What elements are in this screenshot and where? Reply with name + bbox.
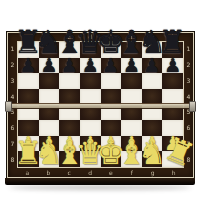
file-label: f — [131, 170, 133, 176]
fold-hinge-seam — [7, 103, 194, 109]
square — [142, 73, 163, 89]
square: ♝ — [121, 151, 142, 167]
file-label: e — [109, 34, 113, 40]
rank-label: 8 — [187, 157, 191, 163]
hinge-right-icon — [189, 101, 196, 112]
file-label: d — [88, 170, 92, 176]
square: ♚ — [101, 151, 122, 167]
square: ♟ — [80, 58, 101, 74]
file-labels-bottom: abcdefgh — [17, 168, 184, 177]
square: ♟ — [162, 136, 183, 152]
square: ♝ — [121, 42, 142, 58]
rank-label: 2 — [187, 62, 191, 68]
piece-black-rook: ♜ — [158, 26, 187, 58]
square — [80, 120, 101, 136]
board-shadow — [9, 185, 191, 190]
file-label: g — [151, 170, 155, 176]
rank-label: 4 — [11, 94, 15, 100]
square: ♚ — [101, 42, 122, 58]
file-label: b — [46, 34, 50, 40]
square — [80, 73, 101, 89]
square: ♞ — [39, 42, 60, 58]
square — [59, 120, 80, 136]
square: ♞ — [142, 42, 163, 58]
square: ♟ — [101, 136, 122, 152]
file-label: e — [109, 170, 113, 176]
square: ♟ — [59, 136, 80, 152]
file-label: d — [88, 34, 92, 40]
square — [59, 73, 80, 89]
chessboard: abcdefgh 12345678 ♜♞♝♛♚♝♞♜♟♟♟♟♟♟♟♟♟♟♟♟♟♟… — [7, 32, 194, 178]
square — [39, 120, 60, 136]
file-label: c — [68, 34, 71, 40]
hinge-left-icon — [5, 101, 12, 112]
rank-label: 6 — [187, 125, 191, 131]
square: ♟ — [121, 58, 142, 74]
frame-corner — [184, 33, 193, 41]
file-label: c — [68, 170, 71, 176]
square: ♞ — [39, 151, 60, 167]
square: ♟ — [162, 58, 183, 74]
square: ♟ — [39, 58, 60, 74]
square: ♟ — [121, 136, 142, 152]
square: ♜ — [162, 42, 183, 58]
square — [18, 73, 39, 89]
square — [121, 120, 142, 136]
frame-corner — [8, 33, 17, 41]
square — [162, 120, 183, 136]
square — [121, 73, 142, 89]
square: ♟ — [59, 58, 80, 74]
square — [101, 120, 122, 136]
square: ♝ — [59, 151, 80, 167]
rank-label: 7 — [187, 141, 191, 147]
rank-label: 3 — [11, 78, 15, 84]
rank-label: 4 — [187, 94, 191, 100]
square — [39, 73, 60, 89]
frame-corner — [184, 168, 193, 177]
rank-label: 6 — [11, 125, 15, 131]
square: ♟ — [39, 136, 60, 152]
rank-label: 1 — [187, 46, 191, 52]
rank-label: 2 — [11, 62, 15, 68]
file-label: a — [26, 34, 30, 40]
square: ♞ — [142, 151, 163, 167]
square: ♜ — [18, 151, 39, 167]
file-labels-top: abcdefgh — [17, 33, 184, 41]
file-label: a — [26, 170, 30, 176]
rank-label: 3 — [187, 78, 191, 84]
rank-label: 8 — [11, 157, 15, 163]
square: ♟ — [101, 58, 122, 74]
square: ♛ — [80, 151, 101, 167]
frame-corner — [8, 168, 17, 177]
file-label: f — [131, 34, 133, 40]
file-label: g — [151, 34, 155, 40]
square — [142, 120, 163, 136]
square: ♜ — [162, 151, 183, 167]
square — [162, 73, 183, 89]
file-label: b — [46, 170, 50, 176]
square: ♛ — [80, 42, 101, 58]
square — [18, 120, 39, 136]
chess-set-photo: abcdefgh 12345678 ♜♞♝♛♚♝♞♜♟♟♟♟♟♟♟♟♟♟♟♟♟♟… — [0, 0, 200, 200]
square: ♟ — [18, 136, 39, 152]
square: ♝ — [59, 42, 80, 58]
square: ♟ — [142, 58, 163, 74]
square: ♟ — [142, 136, 163, 152]
rank-label: 1 — [11, 46, 15, 52]
square: ♟ — [18, 58, 39, 74]
board-bottom-edge — [5, 178, 195, 185]
square: ♟ — [80, 136, 101, 152]
square: ♜ — [18, 42, 39, 58]
rank-label: 7 — [11, 141, 15, 147]
file-label: h — [172, 34, 176, 40]
file-label: h — [172, 170, 176, 176]
square — [101, 73, 122, 89]
